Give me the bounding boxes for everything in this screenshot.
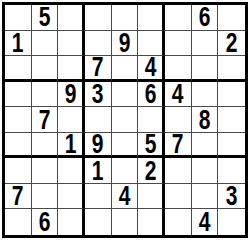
given-digit: 7 (39, 107, 51, 133)
cell-r3c6[interactable]: 4 (138, 56, 165, 82)
cell-r3c8[interactable] (192, 56, 219, 82)
given-digit: 1 (92, 158, 104, 184)
cell-r7c5[interactable] (112, 158, 139, 184)
cell-r8c6[interactable] (138, 184, 165, 210)
cell-r2c6[interactable] (138, 31, 165, 57)
given-digit: 1 (64, 133, 76, 158)
cell-r1c5[interactable] (112, 5, 139, 31)
given-digit: 1 (12, 31, 24, 57)
cell-r9c1[interactable] (5, 209, 32, 235)
cell-r1c3[interactable] (58, 5, 85, 31)
cell-r9c2[interactable]: 6 (32, 209, 59, 235)
sudoku-board: 561927493647819571274364 (2, 2, 248, 238)
cell-r6c2[interactable] (32, 133, 59, 159)
cell-r2c4[interactable] (85, 31, 112, 57)
cell-r8c4[interactable] (85, 184, 112, 210)
cell-r2c8[interactable] (192, 31, 219, 57)
given-digit: 3 (226, 184, 238, 210)
given-digit: 6 (199, 5, 211, 31)
given-digit: 4 (144, 56, 156, 81)
given-digit: 4 (172, 82, 184, 108)
cell-r4c2[interactable] (32, 82, 59, 108)
cell-r5c5[interactable] (112, 107, 139, 133)
cell-r7c2[interactable] (32, 158, 59, 184)
cell-r1c1[interactable] (5, 5, 32, 31)
given-digit: 7 (172, 133, 184, 158)
cell-r2c5[interactable]: 9 (112, 31, 139, 57)
cell-r3c3[interactable] (58, 56, 85, 82)
cell-r6c4[interactable]: 9 (85, 133, 112, 159)
cell-r7c9[interactable] (218, 158, 245, 184)
cell-r5c6[interactable] (138, 107, 165, 133)
cell-r5c3[interactable] (58, 107, 85, 133)
given-digit: 4 (119, 184, 131, 210)
cell-r7c6[interactable]: 2 (138, 158, 165, 184)
cell-r4c4[interactable]: 3 (85, 82, 112, 108)
cell-r8c9[interactable]: 3 (218, 184, 245, 210)
given-digit: 2 (226, 31, 238, 57)
cell-r5c2[interactable]: 7 (32, 107, 59, 133)
cell-r6c9[interactable] (218, 133, 245, 159)
cell-r9c3[interactable] (58, 209, 85, 235)
cell-r6c1[interactable] (5, 133, 32, 159)
cell-r6c3[interactable]: 1 (58, 133, 85, 159)
cell-r7c1[interactable] (5, 158, 32, 184)
cell-r5c7[interactable] (165, 107, 192, 133)
cell-r4c8[interactable] (192, 82, 219, 108)
cell-r6c5[interactable] (112, 133, 139, 159)
given-digit: 6 (144, 82, 156, 108)
given-digit: 3 (92, 82, 104, 108)
cell-r6c6[interactable]: 5 (138, 133, 165, 159)
given-digit: 9 (64, 82, 76, 108)
cell-r3c9[interactable] (218, 56, 245, 82)
cell-r9c8[interactable]: 4 (192, 209, 219, 235)
cell-r4c6[interactable]: 6 (138, 82, 165, 108)
cell-r1c7[interactable] (165, 5, 192, 31)
cell-r8c2[interactable] (32, 184, 59, 210)
cell-r1c8[interactable]: 6 (192, 5, 219, 31)
cell-r9c4[interactable] (85, 209, 112, 235)
cell-r3c1[interactable] (5, 56, 32, 82)
cell-r8c5[interactable]: 4 (112, 184, 139, 210)
cell-r8c8[interactable] (192, 184, 219, 210)
given-digit: 9 (92, 133, 104, 158)
cell-r5c9[interactable] (218, 107, 245, 133)
given-digit: 5 (39, 5, 51, 31)
cell-r7c7[interactable] (165, 158, 192, 184)
cell-r6c8[interactable] (192, 133, 219, 159)
cell-r9c6[interactable] (138, 209, 165, 235)
given-digit: 5 (144, 133, 156, 158)
cell-r2c1[interactable]: 1 (5, 31, 32, 57)
cell-r9c9[interactable] (218, 209, 245, 235)
cell-r4c3[interactable]: 9 (58, 82, 85, 108)
given-digit: 7 (92, 56, 104, 81)
cell-r8c7[interactable] (165, 184, 192, 210)
cell-r2c2[interactable] (32, 31, 59, 57)
given-digit: 8 (199, 107, 211, 133)
cell-r7c4[interactable]: 1 (85, 158, 112, 184)
cell-r4c5[interactable] (112, 82, 139, 108)
cell-r3c5[interactable] (112, 56, 139, 82)
cell-r2c3[interactable] (58, 31, 85, 57)
cell-r9c7[interactable] (165, 209, 192, 235)
cell-r1c2[interactable]: 5 (32, 5, 59, 31)
cell-r9c5[interactable] (112, 209, 139, 235)
cell-r8c3[interactable] (58, 184, 85, 210)
cell-r7c3[interactable] (58, 158, 85, 184)
given-digit: 4 (199, 209, 211, 235)
cell-r5c1[interactable] (5, 107, 32, 133)
cell-r8c1[interactable]: 7 (5, 184, 32, 210)
given-digit: 7 (12, 184, 24, 210)
given-digit: 2 (144, 158, 156, 184)
given-digit: 9 (119, 31, 131, 57)
given-digit: 6 (39, 209, 51, 235)
cell-r2c9[interactable]: 2 (218, 31, 245, 57)
cell-r1c6[interactable] (138, 5, 165, 31)
cell-r1c9[interactable] (218, 5, 245, 31)
cell-r3c2[interactable] (32, 56, 59, 82)
cell-r4c7[interactable]: 4 (165, 82, 192, 108)
cell-r5c4[interactable] (85, 107, 112, 133)
cell-r3c4[interactable]: 7 (85, 56, 112, 82)
cell-r4c9[interactable] (218, 82, 245, 108)
cell-r7c8[interactable] (192, 158, 219, 184)
cell-r2c7[interactable] (165, 31, 192, 57)
cell-r1c4[interactable] (85, 5, 112, 31)
cell-r3c7[interactable] (165, 56, 192, 82)
cell-r4c1[interactable] (5, 82, 32, 108)
cell-r5c8[interactable]: 8 (192, 107, 219, 133)
cell-r6c7[interactable]: 7 (165, 133, 192, 159)
